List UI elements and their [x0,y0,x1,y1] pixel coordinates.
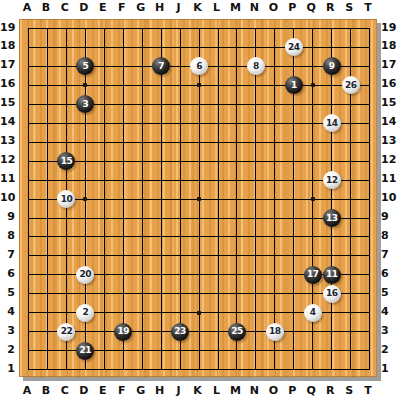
stone-move-number: 9 [329,62,335,71]
star-point [311,197,315,201]
stone-move-number: 17 [307,270,319,279]
stone-move-number: 10 [61,195,73,204]
stone-move-number: 22 [61,327,73,336]
coord-label-left-17: 17 [0,58,15,71]
coord-label-left-2: 2 [0,343,15,356]
stone-white-26: 26 [342,76,360,94]
coord-label-top-S: S [340,1,358,14]
stone-move-number: 5 [82,62,88,71]
stone-white-8: 8 [247,57,265,75]
coord-label-bottom-G: G [132,384,150,397]
stone-move-number: 16 [326,289,338,298]
stone-white-2: 2 [76,304,94,322]
coord-label-bottom-R: R [321,384,339,397]
coord-label-left-4: 4 [0,305,15,318]
coord-label-right-9: 9 [381,210,399,223]
grid-line-vertical [369,28,370,370]
coord-label-left-10: 10 [0,191,15,204]
coord-label-bottom-D: D [75,384,93,397]
coord-label-top-F: F [113,1,131,14]
grid-line-vertical [274,28,275,370]
go-board[interactable]: 1234567891011121314151617181920212223242… [19,19,377,377]
coord-label-right-5: 5 [381,286,399,299]
grid-line-horizontal [28,218,370,219]
stone-black-23: 23 [171,323,189,341]
coord-label-bottom-N: N [245,384,263,397]
stone-black-3: 3 [76,95,94,113]
coord-label-bottom-A: A [18,384,36,397]
coord-label-right-7: 7 [381,248,399,261]
go-game-diagram: 1234567891011121314151617181920212223242… [0,0,400,400]
coord-label-right-11: 11 [381,172,399,185]
coord-label-bottom-S: S [340,384,358,397]
coord-label-bottom-H: H [151,384,169,397]
star-point [197,311,201,315]
stone-move-number: 12 [326,176,338,185]
coord-label-top-J: J [170,1,188,14]
stone-black-9: 9 [323,57,341,75]
coord-label-right-4: 4 [381,305,399,318]
coord-label-top-A: A [18,1,36,14]
stone-black-1: 1 [285,76,303,94]
grid-line-vertical [331,28,332,370]
coord-label-bottom-T: T [359,384,377,397]
stone-move-number: 8 [253,62,259,71]
coord-label-right-1: 1 [381,362,399,375]
stone-move-number: 7 [158,62,164,71]
coord-label-top-K: K [189,1,207,14]
coord-label-bottom-F: F [113,384,131,397]
coord-label-left-19: 19 [0,21,15,34]
coord-label-bottom-K: K [189,384,207,397]
coord-label-top-M: M [226,1,244,14]
coord-label-left-15: 15 [0,96,15,109]
coord-label-left-1: 1 [0,362,15,375]
stone-white-20: 20 [76,266,94,284]
coord-label-top-R: R [321,1,339,14]
coord-label-bottom-J: J [170,384,188,397]
coord-label-left-3: 3 [0,324,15,337]
coord-label-bottom-M: M [226,384,244,397]
stone-move-number: 21 [80,346,92,355]
coord-label-left-9: 9 [0,210,15,223]
coord-label-right-8: 8 [381,229,399,242]
stone-move-number: 15 [61,157,73,166]
coord-label-right-17: 17 [381,58,399,71]
stone-white-16: 16 [323,285,341,303]
coord-label-top-L: L [208,1,226,14]
star-point [83,83,87,87]
stone-move-number: 11 [326,270,338,279]
coord-label-right-18: 18 [381,39,399,52]
coord-label-top-O: O [264,1,282,14]
grid-line-vertical [218,28,219,370]
grid-line-horizontal [28,236,370,237]
coord-label-right-10: 10 [381,191,399,204]
coord-label-top-C: C [56,1,74,14]
stone-move-number: 4 [310,308,316,317]
star-point [83,197,87,201]
stone-white-12: 12 [323,171,341,189]
stone-move-number: 2 [82,308,88,317]
stone-white-14: 14 [323,114,341,132]
coord-label-bottom-Q: Q [302,384,320,397]
grid-line-vertical [236,28,237,370]
coord-label-top-H: H [151,1,169,14]
grid-line-horizontal [28,331,370,332]
stone-black-15: 15 [57,152,75,170]
stone-white-4: 4 [304,304,322,322]
stone-black-19: 19 [114,323,132,341]
coord-label-left-6: 6 [0,267,15,280]
stone-move-number: 6 [196,62,202,71]
coord-label-bottom-P: P [283,384,301,397]
grid-line-horizontal [28,369,370,370]
stone-black-11: 11 [323,266,341,284]
grid-line-horizontal [28,293,370,294]
stone-white-10: 10 [57,190,75,208]
star-point [311,83,315,87]
coord-label-top-D: D [75,1,93,14]
coord-label-right-12: 12 [381,153,399,166]
stone-move-number: 13 [326,214,338,223]
coord-label-right-2: 2 [381,343,399,356]
coord-label-left-16: 16 [0,77,15,90]
stone-move-number: 26 [345,81,357,90]
stone-move-number: 20 [80,270,92,279]
coord-label-bottom-B: B [37,384,55,397]
stone-black-17: 17 [304,266,322,284]
coord-label-left-8: 8 [0,229,15,242]
coord-label-top-B: B [37,1,55,14]
coord-label-left-14: 14 [0,115,15,128]
stone-move-number: 3 [82,100,88,109]
coord-label-top-N: N [245,1,263,14]
stone-black-5: 5 [76,57,94,75]
grid-line-vertical [255,28,256,370]
coord-label-right-13: 13 [381,134,399,147]
stone-white-22: 22 [57,323,75,341]
stone-black-7: 7 [152,57,170,75]
coord-label-right-3: 3 [381,324,399,337]
coord-label-bottom-O: O [264,384,282,397]
coord-label-right-15: 15 [381,96,399,109]
star-point [197,197,201,201]
coord-label-top-Q: Q [302,1,320,14]
coord-label-left-13: 13 [0,134,15,147]
coord-label-bottom-L: L [208,384,226,397]
coord-label-right-14: 14 [381,115,399,128]
coord-label-right-16: 16 [381,77,399,90]
coord-label-left-11: 11 [0,172,15,185]
stone-white-18: 18 [266,323,284,341]
grid-line-horizontal [28,255,370,256]
stone-move-number: 18 [269,327,281,336]
stone-black-13: 13 [323,209,341,227]
coord-label-bottom-E: E [94,384,112,397]
coord-label-top-P: P [283,1,301,14]
coord-label-right-6: 6 [381,267,399,280]
coord-label-bottom-C: C [56,384,74,397]
stone-white-24: 24 [285,38,303,56]
coord-label-left-5: 5 [0,286,15,299]
stone-black-25: 25 [228,323,246,341]
coord-label-top-E: E [94,1,112,14]
stone-move-number: 25 [231,327,243,336]
stone-white-6: 6 [190,57,208,75]
stone-move-number: 19 [117,327,129,336]
coord-label-left-18: 18 [0,39,15,52]
coord-label-left-7: 7 [0,248,15,261]
coord-label-top-G: G [132,1,150,14]
stone-black-21: 21 [76,342,94,360]
star-point [197,83,201,87]
stone-move-number: 23 [174,327,186,336]
stone-move-number: 24 [288,43,300,52]
coord-label-top-T: T [359,1,377,14]
stone-move-number: 14 [326,119,338,128]
stone-move-number: 1 [291,81,297,90]
coord-label-left-12: 12 [0,153,15,166]
coord-label-right-19: 19 [381,21,399,34]
